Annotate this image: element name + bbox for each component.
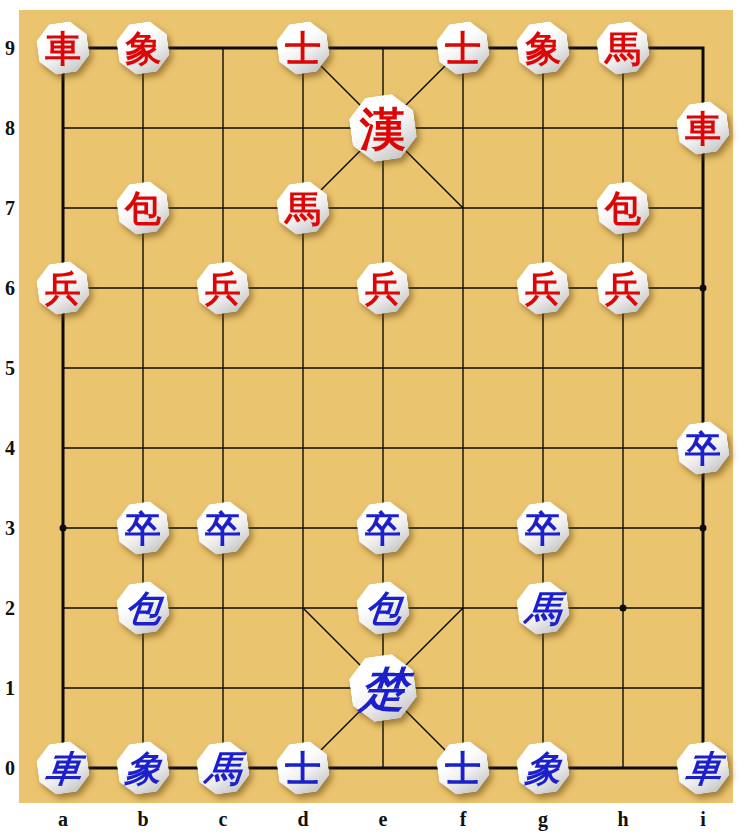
piece-glyph-cannon: 包 — [123, 590, 163, 626]
piece-glyph-soldier: 兵 — [605, 270, 641, 306]
piece-cho-guard-d0[interactable]: 士 — [278, 743, 329, 794]
piece-glyph-guard: 士 — [445, 750, 481, 786]
start-point-dot-i6 — [700, 285, 707, 292]
piece-glyph-guard: 士 — [285, 30, 321, 66]
piece-glyph-general: 楚 — [358, 665, 409, 711]
piece-han-soldier-c6[interactable]: 兵 — [198, 263, 249, 314]
rank-label-1: 1 — [0, 676, 20, 700]
start-point-dot-h2 — [620, 605, 627, 612]
piece-glyph-soldier: 卒 — [525, 510, 561, 546]
piece-glyph-horse: 馬 — [605, 30, 641, 66]
piece-glyph-elephant: 象 — [523, 750, 563, 786]
piece-han-horse-h9[interactable]: 馬 — [598, 23, 649, 74]
piece-han-soldier-g6[interactable]: 兵 — [518, 263, 569, 314]
piece-cho-horse-c0[interactable]: 馬 — [198, 743, 249, 794]
piece-cho-soldier-b3[interactable]: 卒 — [118, 503, 169, 554]
piece-cho-horse-g2[interactable]: 馬 — [518, 583, 569, 634]
piece-cho-elephant-b0[interactable]: 象 — [118, 743, 169, 794]
piece-cho-soldier-c3[interactable]: 卒 — [198, 503, 249, 554]
start-point-dot-i3 — [700, 525, 707, 532]
piece-cho-chariot-a0[interactable]: 車 — [38, 743, 89, 794]
piece-cho-guard-f0[interactable]: 士 — [438, 743, 489, 794]
piece-han-elephant-g9[interactable]: 象 — [518, 23, 569, 74]
piece-glyph-soldier: 卒 — [205, 510, 241, 546]
piece-glyph-soldier: 卒 — [685, 430, 721, 466]
rank-label-0: 0 — [0, 756, 20, 780]
piece-han-cannon-b7[interactable]: 包 — [118, 183, 169, 234]
piece-glyph-chariot: 車 — [45, 30, 81, 66]
piece-glyph-horse: 馬 — [523, 590, 563, 626]
piece-glyph-soldier: 兵 — [45, 270, 81, 306]
piece-glyph-horse: 馬 — [285, 190, 321, 226]
piece-glyph-guard: 士 — [445, 30, 481, 66]
piece-cho-general-e1[interactable]: 楚 — [351, 656, 416, 721]
piece-glyph-elephant: 象 — [123, 750, 163, 786]
rank-label-9: 9 — [0, 36, 20, 60]
piece-glyph-elephant: 象 — [525, 30, 561, 66]
rank-label-4: 4 — [0, 436, 20, 460]
piece-glyph-soldier: 兵 — [525, 270, 561, 306]
file-label-g: g — [523, 806, 563, 832]
piece-glyph-cannon: 包 — [125, 190, 161, 226]
file-label-c: c — [203, 806, 243, 832]
file-label-d: d — [283, 806, 323, 832]
file-label-h: h — [603, 806, 643, 832]
piece-han-guard-d9[interactable]: 士 — [278, 23, 329, 74]
piece-han-horse-d7[interactable]: 馬 — [278, 183, 329, 234]
piece-glyph-soldier: 兵 — [365, 270, 401, 306]
file-label-i: i — [683, 806, 723, 832]
piece-han-cannon-h7[interactable]: 包 — [598, 183, 649, 234]
file-label-f: f — [443, 806, 483, 832]
piece-glyph-guard: 士 — [285, 750, 321, 786]
rank-label-7: 7 — [0, 196, 20, 220]
piece-glyph-general: 漢 — [360, 105, 406, 151]
piece-cho-elephant-g0[interactable]: 象 — [518, 743, 569, 794]
piece-glyph-cannon: 包 — [605, 190, 641, 226]
piece-han-soldier-e6[interactable]: 兵 — [358, 263, 409, 314]
piece-glyph-chariot: 車 — [685, 110, 721, 146]
piece-glyph-elephant: 象 — [125, 30, 161, 66]
piece-glyph-cannon: 包 — [363, 590, 403, 626]
piece-glyph-chariot: 車 — [683, 750, 723, 786]
piece-cho-soldier-i4[interactable]: 卒 — [678, 423, 729, 474]
piece-han-guard-f9[interactable]: 士 — [438, 23, 489, 74]
piece-cho-soldier-g3[interactable]: 卒 — [518, 503, 569, 554]
file-label-e: e — [363, 806, 403, 832]
start-point-dot-a3 — [60, 525, 67, 532]
rank-label-8: 8 — [0, 116, 20, 140]
piece-glyph-soldier: 兵 — [205, 270, 241, 306]
piece-glyph-horse: 馬 — [203, 750, 243, 786]
rank-label-2: 2 — [0, 596, 20, 620]
piece-han-soldier-h6[interactable]: 兵 — [598, 263, 649, 314]
piece-glyph-soldier: 卒 — [365, 510, 401, 546]
piece-han-chariot-i8[interactable]: 車 — [678, 103, 729, 154]
piece-glyph-chariot: 車 — [43, 750, 83, 786]
file-label-a: a — [43, 806, 83, 832]
piece-cho-cannon-e2[interactable]: 包 — [358, 583, 409, 634]
piece-cho-soldier-e3[interactable]: 卒 — [358, 503, 409, 554]
piece-cho-cannon-b2[interactable]: 包 — [118, 583, 169, 634]
rank-label-6: 6 — [0, 276, 20, 300]
piece-han-general-e8[interactable]: 漢 — [351, 96, 416, 161]
piece-han-elephant-b9[interactable]: 象 — [118, 23, 169, 74]
piece-han-chariot-a9[interactable]: 車 — [38, 23, 89, 74]
rank-label-3: 3 — [0, 516, 20, 540]
piece-han-soldier-a6[interactable]: 兵 — [38, 263, 89, 314]
piece-cho-chariot-i0[interactable]: 車 — [678, 743, 729, 794]
file-label-b: b — [123, 806, 163, 832]
janggi-board-diagram: 9876543210abcdefghi 車象士士象馬漢車包馬包兵兵兵兵兵卒卒卒卒… — [0, 0, 745, 836]
piece-glyph-soldier: 卒 — [125, 510, 161, 546]
rank-label-5: 5 — [0, 356, 20, 380]
